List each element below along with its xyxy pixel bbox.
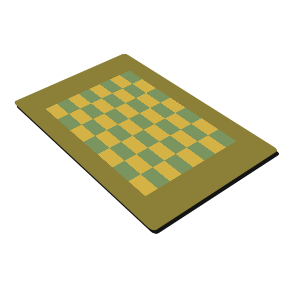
checker-grid	[46, 71, 237, 197]
chessboard	[13, 53, 279, 232]
board-product-photo	[0, 0, 292, 292]
